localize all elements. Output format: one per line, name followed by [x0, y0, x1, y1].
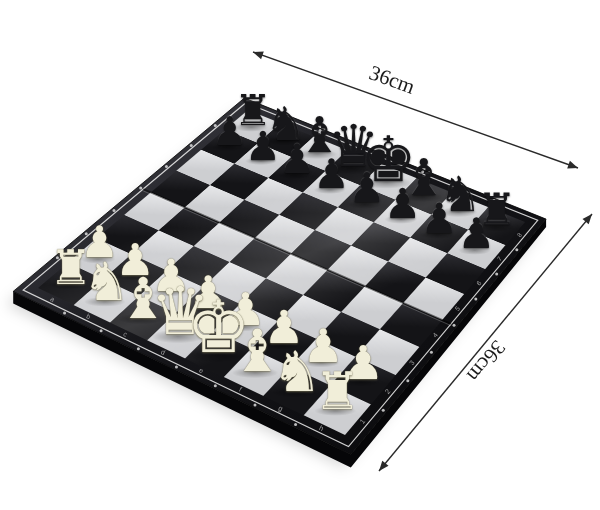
product-photo: abcdefgh12345678 ♜♞♝♛♚♝♞♜♟♟♟♟♟♟♟♟♟♟♟♟♟♟♟… [0, 0, 600, 510]
arrowhead-icon [567, 161, 578, 169]
arrowhead-icon [253, 52, 264, 60]
width-arrow [253, 52, 578, 168]
dimension-arrows [0, 0, 600, 510]
